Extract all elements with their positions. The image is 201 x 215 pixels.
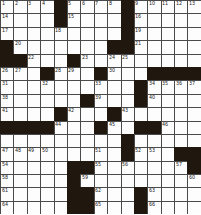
white-cell-r16c4[interactable] xyxy=(40,201,53,214)
white-cell-r3c11[interactable]: 19 xyxy=(134,27,147,40)
black-cell-r13c7 xyxy=(80,161,93,174)
white-cell-r9c10[interactable]: 43 xyxy=(121,107,134,120)
white-cell-r9c3[interactable] xyxy=(27,107,40,120)
white-cell-r10c10[interactable] xyxy=(121,121,134,134)
white-cell-r5c14[interactable] xyxy=(174,54,187,67)
white-cell-r12c2[interactable]: 48 xyxy=(13,147,26,160)
white-cell-r10c14[interactable] xyxy=(174,121,187,134)
white-cell-r16c13[interactable] xyxy=(161,201,174,214)
black-cell-r13c6 xyxy=(67,161,80,174)
white-cell-r11c11[interactable] xyxy=(134,134,147,147)
white-cell-r8c3[interactable] xyxy=(27,94,40,107)
white-cell-r1c8[interactable]: 7 xyxy=(94,0,107,13)
black-cell-r6c8 xyxy=(94,67,107,80)
crossword-grid: 1234567891011121314151617181920212223242… xyxy=(0,0,201,214)
white-cell-r15c4[interactable] xyxy=(40,187,53,200)
white-cell-r7c7[interactable] xyxy=(80,80,93,93)
white-cell-r10c5[interactable]: 44 xyxy=(54,121,67,134)
white-cell-r13c2[interactable] xyxy=(13,161,26,174)
clue-number: 5 xyxy=(68,1,71,6)
white-cell-r4c14[interactable] xyxy=(174,40,187,53)
clue-number: 66 xyxy=(149,202,155,207)
white-cell-r8c2[interactable] xyxy=(13,94,26,107)
white-cell-r7c12[interactable]: 34 xyxy=(147,80,160,93)
black-cell-r14c6 xyxy=(67,174,80,187)
white-cell-r7c14[interactable]: 36 xyxy=(174,80,187,93)
clue-number: 4 xyxy=(42,1,45,6)
clue-number: 65 xyxy=(95,202,101,207)
white-cell-r7c4[interactable]: 32 xyxy=(40,80,53,93)
white-cell-r2c11[interactable]: 16 xyxy=(134,13,147,26)
black-cell-r12c10 xyxy=(121,147,134,160)
white-cell-r9c2[interactable] xyxy=(13,107,26,120)
white-cell-r11c12[interactable] xyxy=(147,134,160,147)
white-cell-r10c15[interactable] xyxy=(187,121,200,134)
white-cell-r15c1[interactable]: 61 xyxy=(0,187,13,200)
clue-number: 35 xyxy=(162,81,168,86)
white-cell-r12c4[interactable]: 50 xyxy=(40,147,53,160)
clue-number: 62 xyxy=(95,188,101,193)
clue-number: 51 xyxy=(95,148,101,153)
black-cell-r10c12 xyxy=(147,121,160,134)
clue-number: 12 xyxy=(176,1,182,6)
white-cell-r12c9[interactable] xyxy=(107,147,120,160)
clue-number: 46 xyxy=(162,122,168,127)
white-cell-r3c4[interactable] xyxy=(40,27,53,40)
clue-number: 57 xyxy=(176,162,182,167)
white-cell-r15c15[interactable] xyxy=(187,187,200,200)
white-cell-r11c2[interactable] xyxy=(13,134,26,147)
clue-number: 47 xyxy=(2,148,8,153)
black-cell-r4c10 xyxy=(121,40,134,53)
white-cell-r12c5[interactable] xyxy=(54,147,67,160)
black-cell-r12c14 xyxy=(174,147,187,160)
white-cell-r3c1[interactable]: 17 xyxy=(0,27,13,40)
white-cell-r5c13[interactable] xyxy=(161,54,174,67)
black-cell-r5c1 xyxy=(0,54,13,67)
white-cell-r7c5[interactable] xyxy=(54,80,67,93)
white-cell-r6c1[interactable]: 26 xyxy=(0,67,13,80)
white-cell-r6c5[interactable]: 28 xyxy=(54,67,67,80)
white-cell-r14c2[interactable] xyxy=(13,174,26,187)
white-cell-r7c13[interactable]: 35 xyxy=(161,80,174,93)
black-cell-r10c8 xyxy=(94,121,107,134)
white-cell-r8c6[interactable] xyxy=(67,94,80,107)
black-cell-r4c1 xyxy=(0,40,13,53)
clue-number: 39 xyxy=(95,95,101,100)
white-cell-r5c11[interactable] xyxy=(134,54,147,67)
white-cell-r12c8[interactable]: 51 xyxy=(94,147,107,160)
white-cell-r3c8[interactable] xyxy=(94,27,107,40)
white-cell-r1c4[interactable]: 4 xyxy=(40,0,53,13)
white-cell-r11c9[interactable] xyxy=(107,134,120,147)
white-cell-r15c2[interactable] xyxy=(13,187,26,200)
black-cell-r2c10 xyxy=(121,13,134,26)
white-cell-r1c14[interactable]: 12 xyxy=(174,0,187,13)
black-cell-r1c5 xyxy=(54,0,67,13)
black-cell-r9c9 xyxy=(107,107,120,120)
white-cell-r14c8[interactable] xyxy=(94,174,107,187)
clue-number: 10 xyxy=(149,1,155,6)
white-cell-r3c14[interactable] xyxy=(174,27,187,40)
white-cell-r12c3[interactable]: 49 xyxy=(27,147,40,160)
white-cell-r6c7[interactable] xyxy=(80,67,93,80)
white-cell-r15c14[interactable] xyxy=(174,187,187,200)
white-cell-r12c11[interactable]: 52 xyxy=(134,147,147,160)
clue-number: 40 xyxy=(149,95,155,100)
white-cell-r2c7[interactable] xyxy=(80,13,93,26)
clue-number: 16 xyxy=(135,14,141,19)
white-cell-r13c8[interactable]: 55 xyxy=(94,161,107,174)
white-cell-r8c13[interactable] xyxy=(161,94,174,107)
white-cell-r14c4[interactable] xyxy=(40,174,53,187)
white-cell-r9c6[interactable]: 42 xyxy=(67,107,80,120)
white-cell-r11c8[interactable] xyxy=(94,134,107,147)
black-cell-r5c6 xyxy=(67,54,80,67)
white-cell-r16c12[interactable]: 66 xyxy=(147,201,160,214)
white-cell-r14c13[interactable] xyxy=(161,174,174,187)
black-cell-r10c4 xyxy=(40,121,53,134)
white-cell-r8c12[interactable]: 40 xyxy=(147,94,160,107)
black-cell-r1c10 xyxy=(121,0,134,13)
white-cell-r7c1[interactable]: 31 xyxy=(0,80,13,93)
white-cell-r1c9[interactable]: 8 xyxy=(107,0,120,13)
white-cell-r2c8[interactable] xyxy=(94,13,107,26)
white-cell-r2c14[interactable] xyxy=(174,13,187,26)
white-cell-r12c1[interactable]: 47 xyxy=(0,147,13,160)
white-cell-r6c2[interactable]: 27 xyxy=(13,67,26,80)
clue-number: 48 xyxy=(15,148,21,153)
white-cell-r5c8[interactable] xyxy=(94,54,107,67)
white-cell-r12c13[interactable] xyxy=(161,147,174,160)
white-cell-r10c13[interactable]: 46 xyxy=(161,121,174,134)
white-cell-r9c13[interactable] xyxy=(161,107,174,120)
white-cell-r13c1[interactable]: 54 xyxy=(0,161,13,174)
white-cell-r3c13[interactable] xyxy=(161,27,174,40)
black-cell-r6c15 xyxy=(187,67,200,80)
white-cell-r12c6[interactable] xyxy=(67,147,80,160)
white-cell-r14c14[interactable] xyxy=(174,174,187,187)
white-cell-r5c3[interactable]: 22 xyxy=(27,54,40,67)
white-cell-r1c1[interactable]: 1 xyxy=(0,0,13,13)
clue-number: 26 xyxy=(2,68,8,73)
white-cell-r8c4[interactable] xyxy=(40,94,53,107)
black-cell-r16c6 xyxy=(67,201,80,214)
white-cell-r14c11[interactable] xyxy=(134,174,147,187)
white-cell-r15c8[interactable]: 62 xyxy=(94,187,107,200)
black-cell-r16c7 xyxy=(80,201,93,214)
white-cell-r13c13[interactable] xyxy=(161,161,174,174)
white-cell-r2c9[interactable] xyxy=(107,13,120,26)
white-cell-r6c3[interactable] xyxy=(27,67,40,80)
white-cell-r5c7[interactable]: 23 xyxy=(80,54,93,67)
clue-number: 15 xyxy=(68,14,74,19)
white-cell-r15c10[interactable] xyxy=(121,187,134,200)
clue-number: 1 xyxy=(2,1,5,6)
clue-number: 53 xyxy=(149,148,155,153)
clue-number: 11 xyxy=(162,1,168,6)
white-cell-r1c3[interactable]: 3 xyxy=(27,0,40,13)
clue-number: 55 xyxy=(95,162,101,167)
white-cell-r4c12[interactable] xyxy=(147,40,160,53)
clue-number: 38 xyxy=(2,95,8,100)
clue-number: 29 xyxy=(68,68,74,73)
white-cell-r14c1[interactable]: 58 xyxy=(0,174,13,187)
white-cell-r7c6[interactable] xyxy=(67,80,80,93)
white-cell-r4c3[interactable] xyxy=(27,40,40,53)
black-cell-r8c11 xyxy=(134,94,147,107)
clue-number: 31 xyxy=(2,81,8,86)
black-cell-r15c6 xyxy=(67,187,80,200)
black-cell-r10c11 xyxy=(134,121,147,134)
clue-number: 3 xyxy=(28,1,31,6)
white-cell-r9c11[interactable] xyxy=(134,107,147,120)
white-cell-r2c15[interactable] xyxy=(187,13,200,26)
white-cell-r15c13[interactable] xyxy=(161,187,174,200)
white-cell-r14c5[interactable] xyxy=(54,174,67,187)
white-cell-r5c9[interactable]: 24 xyxy=(107,54,120,67)
white-cell-r9c1[interactable]: 41 xyxy=(0,107,13,120)
white-cell-r13c5[interactable] xyxy=(54,161,67,174)
white-cell-r8c10[interactable] xyxy=(121,94,134,107)
white-cell-r9c8[interactable] xyxy=(94,107,107,120)
black-cell-r10c1 xyxy=(0,121,13,134)
white-cell-r4c5[interactable] xyxy=(54,40,67,53)
clue-number: 13 xyxy=(189,1,195,6)
clue-number: 32 xyxy=(42,81,48,86)
black-cell-r10c2 xyxy=(13,121,26,134)
white-cell-r13c10[interactable]: 56 xyxy=(121,161,134,174)
white-cell-r9c4[interactable] xyxy=(40,107,53,120)
black-cell-r13c15 xyxy=(187,161,200,174)
clue-number: 52 xyxy=(135,148,141,153)
white-cell-r16c8[interactable]: 65 xyxy=(94,201,107,214)
white-cell-r8c5[interactable] xyxy=(54,94,67,107)
clue-number: 28 xyxy=(55,68,61,73)
clue-number: 41 xyxy=(2,108,8,113)
white-cell-r16c2[interactable] xyxy=(13,201,26,214)
clue-number: 34 xyxy=(149,81,155,86)
white-cell-r13c11[interactable] xyxy=(134,161,147,174)
clue-number: 59 xyxy=(82,175,88,180)
clue-number: 45 xyxy=(109,122,115,127)
black-cell-r5c2 xyxy=(13,54,26,67)
white-cell-r13c9[interactable] xyxy=(107,161,120,174)
white-cell-r14c10[interactable] xyxy=(121,174,134,187)
white-cell-r15c9[interactable] xyxy=(107,187,120,200)
black-cell-r8c7 xyxy=(80,94,93,107)
white-cell-r8c8[interactable]: 39 xyxy=(94,94,107,107)
white-cell-r11c15[interactable] xyxy=(187,134,200,147)
white-cell-r5c15[interactable] xyxy=(187,54,200,67)
white-cell-r16c10[interactable] xyxy=(121,201,134,214)
white-cell-r5c10[interactable]: 25 xyxy=(121,54,134,67)
black-cell-r6c13 xyxy=(161,67,174,80)
white-cell-r14c15[interactable]: 60 xyxy=(187,174,200,187)
clue-number: 30 xyxy=(109,68,115,73)
white-cell-r4c7[interactable] xyxy=(80,40,93,53)
white-cell-r7c10[interactable] xyxy=(121,80,134,93)
white-cell-r16c3[interactable] xyxy=(27,201,40,214)
white-cell-r7c3[interactable] xyxy=(27,80,40,93)
clue-number: 33 xyxy=(95,81,101,86)
black-cell-r12c15 xyxy=(187,147,200,160)
clue-number: 23 xyxy=(82,55,88,60)
white-cell-r6c6[interactable]: 29 xyxy=(67,67,80,80)
clue-number: 2 xyxy=(15,1,18,6)
white-cell-r2c6[interactable]: 15 xyxy=(67,13,80,26)
white-cell-r16c5[interactable] xyxy=(54,201,67,214)
white-cell-r13c3[interactable] xyxy=(27,161,40,174)
clue-number: 50 xyxy=(42,148,48,153)
white-cell-r1c13[interactable]: 11 xyxy=(161,0,174,13)
white-cell-r13c4[interactable] xyxy=(40,161,53,174)
white-cell-r10c9[interactable]: 45 xyxy=(107,121,120,134)
white-cell-r1c12[interactable]: 10 xyxy=(147,0,160,13)
clue-number: 22 xyxy=(28,55,34,60)
white-cell-r4c11[interactable]: 21 xyxy=(134,40,147,53)
clue-number: 8 xyxy=(109,1,112,6)
white-cell-r3c5[interactable]: 18 xyxy=(54,27,67,40)
clue-number: 6 xyxy=(82,1,85,6)
clue-number: 9 xyxy=(135,1,138,6)
white-cell-r16c1[interactable]: 64 xyxy=(0,201,13,214)
white-cell-r2c13[interactable] xyxy=(161,13,174,26)
white-cell-r1c6[interactable]: 5 xyxy=(67,0,80,13)
black-cell-r9c5 xyxy=(54,107,67,120)
black-cell-r16c11 xyxy=(134,201,147,214)
white-cell-r8c15[interactable] xyxy=(187,94,200,107)
white-cell-r1c2[interactable]: 2 xyxy=(13,0,26,13)
white-cell-r3c3[interactable] xyxy=(27,27,40,40)
white-cell-r8c9[interactable] xyxy=(107,94,120,107)
black-cell-r6c4 xyxy=(40,67,53,80)
white-cell-r8c14[interactable] xyxy=(174,94,187,107)
white-cell-r15c12[interactable]: 63 xyxy=(147,187,160,200)
white-cell-r11c4[interactable] xyxy=(40,134,53,147)
white-cell-r7c8[interactable]: 33 xyxy=(94,80,107,93)
white-cell-r2c4[interactable] xyxy=(40,13,53,26)
black-cell-r15c11 xyxy=(134,187,147,200)
clue-number: 17 xyxy=(2,28,8,33)
white-cell-r8c1[interactable]: 38 xyxy=(0,94,13,107)
white-cell-r16c15[interactable] xyxy=(187,201,200,214)
white-cell-r3c2[interactable] xyxy=(13,27,26,40)
white-cell-r9c12[interactable] xyxy=(147,107,160,120)
white-cell-r2c3[interactable] xyxy=(27,13,40,26)
white-cell-r4c4[interactable] xyxy=(40,40,53,53)
white-cell-r4c13[interactable] xyxy=(161,40,174,53)
white-cell-r5c5[interactable] xyxy=(54,54,67,67)
white-cell-r9c15[interactable] xyxy=(187,107,200,120)
white-cell-r3c7[interactable] xyxy=(80,27,93,40)
white-cell-r6c10[interactable] xyxy=(121,67,134,80)
white-cell-r11c13[interactable] xyxy=(161,134,174,147)
white-cell-r12c7[interactable] xyxy=(80,147,93,160)
white-cell-r2c2[interactable] xyxy=(13,13,26,26)
white-cell-r7c9[interactable] xyxy=(107,80,120,93)
black-cell-r2c5 xyxy=(54,13,67,26)
white-cell-r10c7[interactable] xyxy=(80,121,93,134)
white-cell-r13c14[interactable]: 57 xyxy=(174,161,187,174)
white-cell-r11c5[interactable] xyxy=(54,134,67,147)
white-cell-r10c6[interactable] xyxy=(67,121,80,134)
clue-number: 61 xyxy=(2,188,8,193)
clue-number: 20 xyxy=(15,41,21,46)
clue-number: 60 xyxy=(189,175,195,180)
clue-number: 42 xyxy=(68,108,74,113)
black-cell-r3c10 xyxy=(121,27,134,40)
white-cell-r14c7[interactable]: 59 xyxy=(80,174,93,187)
black-cell-r4c9 xyxy=(107,40,120,53)
white-cell-r16c9[interactable] xyxy=(107,201,120,214)
white-cell-r3c12[interactable] xyxy=(147,27,160,40)
clue-number: 63 xyxy=(149,188,155,193)
white-cell-r14c9[interactable] xyxy=(107,174,120,187)
white-cell-r4c2[interactable]: 20 xyxy=(13,40,26,53)
white-cell-r13c12[interactable] xyxy=(147,161,160,174)
white-cell-r9c7[interactable] xyxy=(80,107,93,120)
white-cell-r12c12[interactable]: 53 xyxy=(147,147,160,160)
white-cell-r11c3[interactable] xyxy=(27,134,40,147)
clue-number: 25 xyxy=(122,55,128,60)
clue-number: 14 xyxy=(2,14,8,19)
white-cell-r6c9[interactable]: 30 xyxy=(107,67,120,80)
white-cell-r15c3[interactable] xyxy=(27,187,40,200)
white-cell-r3c15[interactable] xyxy=(187,27,200,40)
clue-number: 54 xyxy=(2,162,8,167)
clue-number: 21 xyxy=(135,41,141,46)
white-cell-r15c5[interactable] xyxy=(54,187,67,200)
white-cell-r4c6[interactable] xyxy=(67,40,80,53)
white-cell-r14c3[interactable] xyxy=(27,174,40,187)
white-cell-r3c9[interactable] xyxy=(107,27,120,40)
clue-number: 58 xyxy=(2,175,8,180)
white-cell-r3c6[interactable] xyxy=(67,27,80,40)
white-cell-r11c7[interactable] xyxy=(80,134,93,147)
white-cell-r14c12[interactable] xyxy=(147,174,160,187)
white-cell-r4c15[interactable] xyxy=(187,40,200,53)
black-cell-r11c10 xyxy=(121,134,134,147)
white-cell-r1c7[interactable]: 6 xyxy=(80,0,93,13)
clue-number: 43 xyxy=(122,108,128,113)
white-cell-r4c8[interactable] xyxy=(94,40,107,53)
white-cell-r2c12[interactable] xyxy=(147,13,160,26)
white-cell-r11c14[interactable] xyxy=(174,134,187,147)
white-cell-r11c1[interactable] xyxy=(0,134,13,147)
white-cell-r2c1[interactable]: 14 xyxy=(0,13,13,26)
clue-number: 7 xyxy=(95,1,98,6)
white-cell-r9c14[interactable] xyxy=(174,107,187,120)
white-cell-r1c15[interactable]: 13 xyxy=(187,0,200,13)
clue-number: 49 xyxy=(28,148,34,153)
white-cell-r7c2[interactable] xyxy=(13,80,26,93)
black-cell-r6c12 xyxy=(147,67,160,80)
white-cell-r11c6[interactable] xyxy=(67,134,80,147)
white-cell-r5c12[interactable] xyxy=(147,54,160,67)
black-cell-r7c11 xyxy=(134,80,147,93)
white-cell-r6c11[interactable] xyxy=(134,67,147,80)
clue-number: 44 xyxy=(55,122,61,127)
white-cell-r7c15[interactable]: 37 xyxy=(187,80,200,93)
white-cell-r16c14[interactable] xyxy=(174,201,187,214)
clue-number: 19 xyxy=(135,28,141,33)
white-cell-r1c11[interactable]: 9 xyxy=(134,0,147,13)
black-cell-r15c7 xyxy=(80,187,93,200)
clue-number: 24 xyxy=(109,55,115,60)
white-cell-r5c4[interactable] xyxy=(40,54,53,67)
black-cell-r6c14 xyxy=(174,67,187,80)
